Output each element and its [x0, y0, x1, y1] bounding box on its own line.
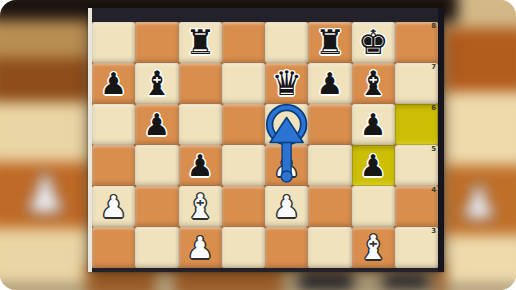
white-pawn[interactable]: ♟ — [92, 186, 135, 227]
black-pawn[interactable]: ♟ — [92, 63, 135, 104]
square-a6[interactable] — [92, 104, 135, 145]
black-pawn[interactable]: ♟ — [308, 63, 351, 104]
square-g3[interactable]: ♝ — [352, 227, 395, 268]
square-d8[interactable] — [222, 22, 265, 63]
rank-label-7: 7 — [431, 64, 436, 71]
rank-label-6: 6 — [431, 105, 436, 112]
square-e8[interactable] — [265, 22, 308, 63]
rank-label-3: 3 — [431, 228, 436, 235]
square-h8[interactable]: 8 — [395, 22, 438, 63]
square-c6[interactable] — [179, 104, 222, 145]
board-right-border — [438, 8, 444, 272]
square-h4[interactable]: 4 — [395, 186, 438, 227]
black-rook[interactable]: ♜ — [179, 22, 222, 63]
square-c3[interactable]: ♟ — [179, 227, 222, 268]
square-a7[interactable]: ♟ — [92, 63, 135, 104]
square-d6[interactable] — [222, 104, 265, 145]
square-h7[interactable]: 7 — [395, 63, 438, 104]
square-c4[interactable]: ♝ — [179, 186, 222, 227]
square-f6[interactable] — [308, 104, 351, 145]
square-d3[interactable] — [222, 227, 265, 268]
square-d5[interactable] — [222, 145, 265, 186]
square-a3[interactable] — [92, 227, 135, 268]
black-pawn[interactable]: ♟ — [179, 145, 222, 186]
black-pawn[interactable]: ♟ — [352, 104, 395, 145]
square-h5[interactable]: 5 — [395, 145, 438, 186]
rounded-photo-frame: ♟ ♟ ♜♜♚8♟♝♛♟♝7♟♟6♟♟♟5♟♝♟4♟♝3 — [0, 0, 516, 290]
square-e7[interactable]: ♛ — [265, 63, 308, 104]
black-queen[interactable]: ♛ — [265, 63, 308, 104]
square-f3[interactable] — [308, 227, 351, 268]
square-b5[interactable] — [135, 145, 178, 186]
rank-label-4: 4 — [431, 187, 436, 194]
square-b4[interactable] — [135, 186, 178, 227]
chess-board: ♜♜♚8♟♝♛♟♝7♟♟6♟♟♟5♟♝♟4♟♝3 — [92, 22, 438, 268]
white-bishop[interactable]: ♝ — [179, 186, 222, 227]
square-e5[interactable]: ♟ — [265, 145, 308, 186]
square-b8[interactable] — [135, 22, 178, 63]
square-b7[interactable]: ♝ — [135, 63, 178, 104]
black-pawn[interactable]: ♟ — [352, 145, 395, 186]
square-g8[interactable]: ♚ — [352, 22, 395, 63]
black-pawn[interactable]: ♟ — [135, 104, 178, 145]
rank-label-8: 8 — [431, 23, 436, 30]
square-e4[interactable]: ♟ — [265, 186, 308, 227]
white-pawn-icon: ♟ — [22, 168, 69, 220]
square-g6[interactable]: ♟ — [352, 104, 395, 145]
square-h3[interactable]: 3 — [395, 227, 438, 268]
white-pawn[interactable]: ♟ — [265, 186, 308, 227]
square-e3[interactable] — [265, 227, 308, 268]
chess-app-screenshot: ♜♜♚8♟♝♛♟♝7♟♟6♟♟♟5♟♝♟4♟♝3 — [88, 8, 444, 272]
square-g5[interactable]: ♟ — [352, 145, 395, 186]
black-rook[interactable]: ♜ — [308, 22, 351, 63]
square-e6[interactable] — [265, 104, 308, 145]
square-f5[interactable] — [308, 145, 351, 186]
square-a8[interactable] — [92, 22, 135, 63]
white-pawn[interactable]: ♟ — [179, 227, 222, 268]
square-c5[interactable]: ♟ — [179, 145, 222, 186]
square-g4[interactable] — [352, 186, 395, 227]
square-f7[interactable]: ♟ — [308, 63, 351, 104]
square-b3[interactable] — [135, 227, 178, 268]
square-g7[interactable]: ♝ — [352, 63, 395, 104]
square-f8[interactable]: ♜ — [308, 22, 351, 63]
black-king[interactable]: ♚ — [352, 22, 395, 63]
square-c7[interactable] — [179, 63, 222, 104]
black-bishop[interactable]: ♝ — [135, 63, 178, 104]
square-b6[interactable]: ♟ — [135, 104, 178, 145]
white-pawn-icon: ♟ — [458, 176, 499, 228]
square-d4[interactable] — [222, 186, 265, 227]
square-h6[interactable]: 6 — [395, 104, 438, 145]
square-a5[interactable] — [92, 145, 135, 186]
square-f4[interactable] — [308, 186, 351, 227]
square-a4[interactable]: ♟ — [92, 186, 135, 227]
square-c8[interactable]: ♜ — [179, 22, 222, 63]
thumbnail: ♟ ♟ ♜♜♚8♟♝♛♟♝7♟♟6♟♟♟5♟♝♟4♟♝3 — [0, 0, 516, 290]
white-pawn[interactable]: ♟ — [265, 145, 308, 186]
black-bishop[interactable]: ♝ — [352, 63, 395, 104]
rank-label-5: 5 — [431, 146, 436, 153]
square-d7[interactable] — [222, 63, 265, 104]
white-bishop[interactable]: ♝ — [352, 227, 395, 268]
